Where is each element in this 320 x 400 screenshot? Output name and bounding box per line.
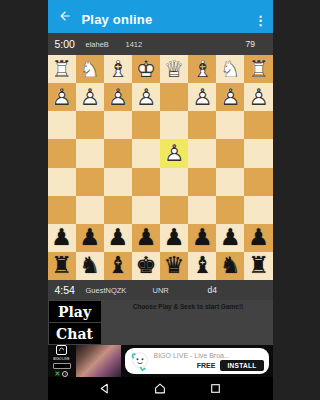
board-square[interactable] — [104, 196, 132, 224]
board-square[interactable] — [188, 196, 216, 224]
opponent-bar: 5:00 elaheB 1412 79 — [48, 33, 273, 55]
board-square[interactable]: ♟♙ — [244, 83, 272, 111]
board-square[interactable] — [132, 196, 160, 224]
board-square[interactable]: ♟ — [48, 224, 76, 252]
adchoices-icon[interactable]: i — [62, 371, 68, 377]
ad-app-name: BIGO LIVE — [53, 357, 69, 361]
board-square[interactable] — [104, 111, 132, 139]
board-square[interactable] — [160, 111, 188, 139]
board-square[interactable] — [244, 196, 272, 224]
board-square[interactable]: ♚♔ — [132, 55, 160, 83]
board-square[interactable] — [244, 168, 272, 196]
opponent-clock: 5:00 — [55, 38, 75, 50]
board-square[interactable]: ♞♘ — [216, 55, 244, 83]
ad-app-icon — [56, 345, 67, 355]
board-square[interactable] — [48, 196, 76, 224]
chess-piece: ♜♖ — [51, 58, 72, 81]
chess-piece: ♟♙ — [79, 86, 100, 109]
board-square[interactable]: ♛♕ — [160, 55, 188, 83]
page-title: Play online — [82, 12, 249, 27]
board-square[interactable] — [160, 83, 188, 111]
player-rating: UNR — [153, 286, 169, 295]
board-square[interactable] — [76, 196, 104, 224]
arrow-left-icon — [58, 9, 72, 27]
board-square[interactable]: ♝♗ — [188, 55, 216, 83]
board-square[interactable] — [244, 139, 272, 167]
board-square[interactable]: ♝♗ — [104, 55, 132, 83]
chat-button[interactable]: Chat — [49, 323, 101, 344]
board-square[interactable] — [48, 139, 76, 167]
bigo-mascot-icon — [130, 351, 150, 371]
back-button[interactable] — [48, 9, 82, 27]
player-clock: 4:54 — [55, 284, 75, 296]
chess-piece: ♟♙ — [164, 142, 185, 165]
overflow-menu-button[interactable]: ⋮ — [249, 14, 273, 27]
ad-app-block: BIGO LIVE ✕ i — [48, 345, 76, 377]
chess-piece: ♟♙ — [248, 86, 269, 109]
board-square[interactable] — [48, 168, 76, 196]
board-square[interactable] — [104, 168, 132, 196]
android-nav-bar — [48, 377, 273, 400]
chess-piece: ♟ — [220, 226, 241, 249]
chess-piece: ♜♖ — [248, 58, 269, 81]
board-square[interactable]: ♟♙ — [160, 139, 188, 167]
ad-banner[interactable]: BIGO LIVE ✕ i BIGO LIVE - Live Broa... — [48, 345, 273, 377]
chess-piece: ♞ — [220, 254, 241, 277]
board-square[interactable] — [48, 111, 76, 139]
board-square[interactable] — [132, 168, 160, 196]
opponent-name: elaheB — [86, 40, 109, 49]
nav-recents-button[interactable] — [209, 382, 222, 395]
chess-piece: ♚♔ — [136, 58, 157, 81]
chess-piece: ♟♙ — [136, 86, 157, 109]
board-square[interactable] — [76, 111, 104, 139]
chess-piece: ♛ — [164, 254, 185, 277]
hint-text: Choose Play & Seek to start Game!! — [106, 303, 271, 310]
board-square[interactable] — [132, 111, 160, 139]
board-square[interactable]: ♜♖ — [244, 55, 272, 83]
board-square[interactable]: ♟♙ — [132, 83, 160, 111]
chess-piece: ♟ — [164, 226, 185, 249]
board-square[interactable] — [76, 139, 104, 167]
chess-piece: ♟ — [136, 226, 157, 249]
chess-board: ♜♖♞♘♝♗♚♔♛♕♝♗♞♘♜♖♟♙♟♙♟♙♟♙♟♙♟♙♟♙♟♙♟♟♟♟♟♟♟♟… — [48, 55, 273, 280]
app-bar: Play online ⋮ — [48, 0, 273, 33]
app-store-badge — [53, 363, 71, 369]
chess-piece: ♟ — [192, 226, 213, 249]
board-square[interactable]: ♝ — [104, 252, 132, 280]
board-square[interactable]: ♟ — [160, 224, 188, 252]
board-square[interactable]: ♛ — [160, 252, 188, 280]
board-square[interactable] — [244, 111, 272, 139]
ad-price-label: FREE — [197, 362, 216, 369]
last-move-label: d4 — [208, 285, 217, 295]
board-square[interactable] — [216, 139, 244, 167]
ad-content-pill[interactable]: BIGO LIVE - Live Broa... FREE INSTALL — [125, 348, 269, 374]
chess-piece: ♟ — [248, 226, 269, 249]
chess-piece: ♟ — [79, 226, 100, 249]
board-square[interactable] — [104, 139, 132, 167]
opponent-lag: 79 — [246, 39, 255, 49]
chess-piece: ♜ — [248, 254, 269, 277]
board-square[interactable]: ♜ — [244, 252, 272, 280]
chess-piece: ♟♙ — [220, 86, 241, 109]
chess-piece: ♟♙ — [51, 86, 72, 109]
chess-piece: ♟♙ — [108, 86, 129, 109]
board-square[interactable] — [188, 139, 216, 167]
chess-piece: ♚ — [136, 254, 157, 277]
ad-photo[interactable] — [76, 345, 121, 377]
chess-piece: ♞♘ — [220, 58, 241, 81]
nav-home-button[interactable] — [153, 382, 167, 395]
chess-piece: ♞ — [79, 254, 100, 277]
board-square[interactable] — [216, 196, 244, 224]
ad-headline: BIGO LIVE - Live Broa... — [154, 352, 264, 359]
app-screen: Play online ⋮ 5:00 elaheB 1412 79 ♜♖♞♘♝♗… — [48, 0, 273, 400]
ad-close-icon[interactable]: ✕ — [55, 370, 61, 377]
board-square[interactable]: ♜♖ — [48, 55, 76, 83]
board-square[interactable] — [132, 139, 160, 167]
board-square[interactable] — [216, 111, 244, 139]
install-button[interactable]: INSTALL — [220, 360, 263, 371]
board-square[interactable] — [188, 168, 216, 196]
vertical-dots-icon: ⋮ — [254, 13, 267, 28]
chess-piece: ♞♘ — [79, 58, 100, 81]
board-square[interactable]: ♚ — [132, 252, 160, 280]
board-square[interactable]: ♟ — [216, 224, 244, 252]
board-square[interactable]: ♟♙ — [188, 83, 216, 111]
chess-piece: ♟ — [108, 226, 129, 249]
chess-piece: ♟ — [51, 226, 72, 249]
chess-piece: ♟♙ — [192, 86, 213, 109]
chess-piece: ♝♗ — [192, 58, 213, 81]
board-square[interactable] — [160, 168, 188, 196]
board-square[interactable]: ♟ — [188, 224, 216, 252]
chess-piece: ♝♗ — [108, 58, 129, 81]
board-square[interactable]: ♟♙ — [216, 83, 244, 111]
board-square[interactable]: ♟ — [244, 224, 272, 252]
board-square[interactable] — [216, 168, 244, 196]
board-square[interactable]: ♟ — [132, 224, 160, 252]
board-square[interactable]: ♝ — [188, 252, 216, 280]
board-square[interactable]: ♟♙ — [48, 83, 76, 111]
board-square[interactable] — [160, 196, 188, 224]
board-square[interactable]: ♞♘ — [76, 55, 104, 83]
action-panel: Play Chat Choose Play & Seek to start Ga… — [48, 300, 273, 345]
play-button[interactable]: Play — [49, 301, 101, 322]
opponent-rating: 1412 — [126, 40, 143, 49]
board-square[interactable]: ♟♙ — [76, 83, 104, 111]
board-square[interactable]: ♟ — [76, 224, 104, 252]
board-square[interactable]: ♟♙ — [104, 83, 132, 111]
board-square[interactable] — [76, 168, 104, 196]
chess-piece: ♛♕ — [164, 58, 185, 81]
chess-piece: ♜ — [51, 254, 72, 277]
board-square[interactable]: ♞ — [76, 252, 104, 280]
chess-piece: ♝ — [108, 254, 129, 277]
nav-back-button[interactable] — [98, 382, 111, 395]
board-square[interactable]: ♞ — [216, 252, 244, 280]
player-bar: 4:54 GuestNQZK UNR d4 — [48, 280, 273, 300]
board-square[interactable]: ♜ — [48, 252, 76, 280]
player-name: GuestNQZK — [86, 286, 127, 295]
board-square[interactable] — [188, 111, 216, 139]
chess-piece: ♝ — [192, 254, 213, 277]
board-square[interactable]: ♟ — [104, 224, 132, 252]
